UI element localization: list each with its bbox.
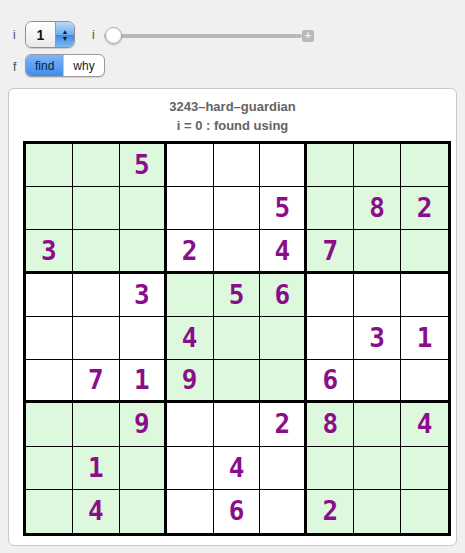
cell-r4c7 (307, 274, 354, 317)
cell-r8c7 (307, 447, 354, 490)
puzzle-status: i = 0 : found using (9, 116, 456, 135)
cell-r6c6 (260, 360, 307, 403)
slider-track[interactable] (104, 34, 302, 38)
cell-r6c8 (354, 360, 401, 403)
cell-r1c6 (260, 144, 307, 187)
cell-r2c9: 2 (401, 187, 448, 230)
cell-r5c3 (120, 317, 167, 360)
cell-r5c4: 4 (167, 317, 214, 360)
cell-r4c8 (354, 274, 401, 317)
cell-r2c4 (167, 187, 214, 230)
cell-r1c4 (167, 144, 214, 187)
stepper-arrows[interactable]: ▲ ▼ (55, 22, 74, 47)
cell-r5c1 (26, 317, 73, 360)
cell-r5c5 (214, 317, 261, 360)
cell-r6c3: 1 (120, 360, 167, 403)
cell-r3c3 (120, 230, 167, 273)
cell-r9c5: 6 (214, 490, 261, 533)
cell-r3c2 (73, 230, 120, 273)
f-label: f (13, 60, 16, 74)
cell-r9c7: 2 (307, 490, 354, 533)
cell-r5c9: 1 (401, 317, 448, 360)
stepper-down-icon[interactable]: ▼ (62, 35, 69, 42)
cell-r7c6: 2 (260, 403, 307, 446)
cell-r6c2: 7 (73, 360, 120, 403)
cell-r7c7: 8 (307, 403, 354, 446)
cell-r3c6: 4 (260, 230, 307, 273)
cell-r2c3 (120, 187, 167, 230)
why-button[interactable]: why (63, 55, 103, 76)
cell-r9c9 (401, 490, 448, 533)
cell-r2c6: 5 (260, 187, 307, 230)
cell-r9c2: 4 (73, 490, 120, 533)
cell-r2c8: 8 (354, 187, 401, 230)
cell-r8c3 (120, 447, 167, 490)
cell-r8c1 (26, 447, 73, 490)
cell-r8c2: 1 (73, 447, 120, 490)
cell-r1c5 (214, 144, 261, 187)
cell-r4c1 (26, 274, 73, 317)
slider-thumb[interactable] (105, 27, 122, 44)
cell-r1c3: 5 (120, 144, 167, 187)
cell-r8c9 (401, 447, 448, 490)
puzzle-title: 3243–hard–guardian (9, 97, 456, 116)
i-value-stepper[interactable]: 1 ▲ ▼ (25, 21, 75, 48)
cell-r6c5 (214, 360, 261, 403)
cell-r1c2 (73, 144, 120, 187)
cell-r3c4: 2 (167, 230, 214, 273)
find-button[interactable]: find (26, 55, 63, 76)
slider-label: i (92, 28, 95, 42)
cell-r9c4 (167, 490, 214, 533)
cell-r4c3: 3 (120, 274, 167, 317)
demonstration-panel: 3243–hard–guardian i = 0 : found using 5… (8, 88, 457, 546)
cell-r3c7: 7 (307, 230, 354, 273)
cell-r4c4 (167, 274, 214, 317)
cell-r3c8 (354, 230, 401, 273)
cell-r8c8 (354, 447, 401, 490)
i-slider[interactable] (104, 27, 302, 44)
cell-r9c8 (354, 490, 401, 533)
cell-r9c6 (260, 490, 307, 533)
cell-r6c7: 6 (307, 360, 354, 403)
cell-r1c7 (307, 144, 354, 187)
cell-r1c8 (354, 144, 401, 187)
cell-r3c5 (214, 230, 261, 273)
slider-expand-button[interactable]: + (302, 30, 314, 42)
cell-r6c9 (401, 360, 448, 403)
cell-r2c1 (26, 187, 73, 230)
cell-r9c1 (26, 490, 73, 533)
stepper-up-icon[interactable]: ▲ (62, 28, 69, 35)
cell-r1c1 (26, 144, 73, 187)
cell-r3c9 (401, 230, 448, 273)
cell-r9c3 (120, 490, 167, 533)
cell-r2c7 (307, 187, 354, 230)
cell-r7c4 (167, 403, 214, 446)
f-mode-toggle[interactable]: find why (25, 54, 105, 77)
cell-r6c1 (26, 360, 73, 403)
cell-r3c1: 3 (26, 230, 73, 273)
cell-r7c1 (26, 403, 73, 446)
cell-r6c4: 9 (167, 360, 214, 403)
cell-r5c8: 3 (354, 317, 401, 360)
stepper-label: i (13, 28, 16, 42)
cell-r4c5: 5 (214, 274, 261, 317)
sudoku-board: 558232473564317196928414462 (23, 141, 451, 536)
stepper-value: 1 (26, 22, 55, 47)
cell-r7c8 (354, 403, 401, 446)
cell-r7c3: 9 (120, 403, 167, 446)
cell-r7c5 (214, 403, 261, 446)
cell-r5c2 (73, 317, 120, 360)
cell-r5c6 (260, 317, 307, 360)
cell-r5c7 (307, 317, 354, 360)
cell-r1c9 (401, 144, 448, 187)
cell-r2c2 (73, 187, 120, 230)
cell-r4c6: 6 (260, 274, 307, 317)
cell-r8c5: 4 (214, 447, 261, 490)
cell-r7c2 (73, 403, 120, 446)
cell-r4c9 (401, 274, 448, 317)
cell-r2c5 (214, 187, 261, 230)
cell-r4c2 (73, 274, 120, 317)
cell-r8c6 (260, 447, 307, 490)
cell-r7c9: 4 (401, 403, 448, 446)
cell-r8c4 (167, 447, 214, 490)
